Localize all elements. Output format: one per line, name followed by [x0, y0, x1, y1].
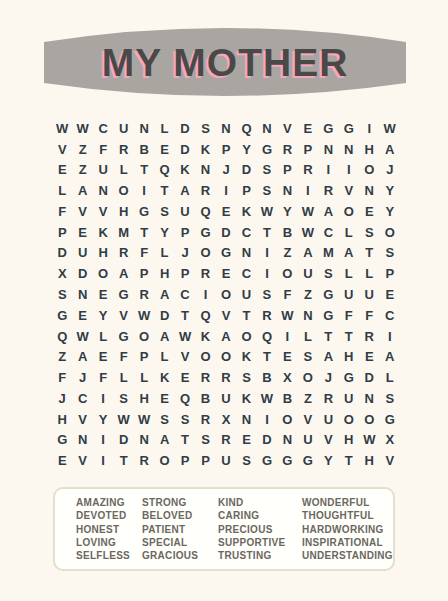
grid-cell[interactable]: I: [277, 326, 297, 347]
grid-cell[interactable]: W: [257, 388, 277, 409]
grid-cell[interactable]: C: [318, 222, 338, 243]
grid-cell[interactable]: U: [72, 243, 92, 264]
grid-cell[interactable]: O: [113, 180, 133, 201]
grid-cell[interactable]: C: [380, 305, 400, 326]
grid-cell[interactable]: S: [195, 118, 215, 139]
grid-cell[interactable]: O: [277, 263, 297, 284]
grid-cell[interactable]: Z: [298, 388, 318, 409]
grid-cell[interactable]: T: [154, 180, 174, 201]
grid-cell[interactable]: I: [298, 180, 318, 201]
grid-cell[interactable]: H: [93, 243, 113, 264]
grid-cell[interactable]: S: [154, 409, 174, 430]
grid-cell[interactable]: S: [380, 243, 400, 264]
grid-cell[interactable]: E: [277, 346, 297, 367]
grid-cell[interactable]: U: [298, 429, 318, 450]
grid-cell[interactable]: H: [154, 263, 174, 284]
grid-cell[interactable]: R: [318, 388, 338, 409]
grid-cell[interactable]: A: [72, 180, 92, 201]
grid-cell[interactable]: Z: [72, 139, 92, 160]
grid-cell[interactable]: A: [113, 263, 133, 284]
grid-cell[interactable]: U: [175, 201, 195, 222]
grid-cell[interactable]: D: [72, 263, 92, 284]
grid-cell[interactable]: O: [195, 243, 215, 264]
grid-cell[interactable]: G: [277, 450, 297, 471]
grid-cell[interactable]: L: [154, 346, 174, 367]
grid-cell[interactable]: I: [257, 409, 277, 430]
grid-cell[interactable]: T: [257, 346, 277, 367]
grid-cell[interactable]: E: [52, 450, 72, 471]
grid-cell[interactable]: Q: [195, 305, 215, 326]
grid-cell[interactable]: W: [298, 201, 318, 222]
grid-cell[interactable]: Y: [318, 450, 338, 471]
grid-cell[interactable]: G: [113, 284, 133, 305]
word-bank-item: AMAZING: [76, 497, 142, 508]
grid-cell[interactable]: C: [236, 222, 256, 243]
grid-cell[interactable]: V: [175, 346, 195, 367]
grid-cell[interactable]: E: [359, 346, 379, 367]
grid-cell[interactable]: X: [380, 429, 400, 450]
grid-cell[interactable]: O: [339, 201, 359, 222]
grid-cell[interactable]: T: [175, 429, 195, 450]
grid-cell[interactable]: A: [175, 180, 195, 201]
grid-cell[interactable]: U: [318, 409, 338, 430]
grid-cell[interactable]: S: [52, 284, 72, 305]
grid-cell[interactable]: A: [154, 284, 174, 305]
worksheet: MY MOTHER WWCUNLDSNQNVEGGIWVZFRBEDKPYGRP…: [0, 0, 448, 601]
grid-cell[interactable]: P: [298, 139, 318, 160]
grid-cell[interactable]: K: [236, 388, 256, 409]
grid-cell[interactable]: A: [318, 346, 338, 367]
grid-cell[interactable]: O: [134, 326, 154, 347]
grid-cell[interactable]: G: [339, 118, 359, 139]
grid-cell[interactable]: I: [134, 180, 154, 201]
grid-cell[interactable]: V: [318, 429, 338, 450]
grid-cell[interactable]: L: [113, 367, 133, 388]
grid-cell[interactable]: E: [298, 118, 318, 139]
grid-cell[interactable]: D: [175, 139, 195, 160]
grid-cell[interactable]: N: [277, 180, 297, 201]
grid-cell[interactable]: E: [359, 201, 379, 222]
word-bank-item: UNDERSTANDING: [302, 550, 393, 561]
grid-cell[interactable]: Q: [195, 201, 215, 222]
grid-cell[interactable]: G: [134, 201, 154, 222]
grid-cell[interactable]: I: [359, 118, 379, 139]
word-bank-item: HARDWORKING: [302, 524, 393, 535]
grid-cell[interactable]: M: [318, 243, 338, 264]
grid-cell[interactable]: B: [277, 222, 297, 243]
grid-cell[interactable]: J: [380, 160, 400, 181]
grid-cell[interactable]: U: [113, 118, 133, 139]
grid-cell[interactable]: U: [298, 263, 318, 284]
grid-cell[interactable]: T: [134, 160, 154, 181]
grid-cell[interactable]: G: [257, 450, 277, 471]
grid-cell[interactable]: N: [216, 118, 236, 139]
grid-cell[interactable]: G: [318, 305, 338, 326]
grid-cell[interactable]: Y: [277, 201, 297, 222]
grid-cell[interactable]: N: [236, 243, 256, 264]
grid-cell[interactable]: L: [52, 180, 72, 201]
grid-cell[interactable]: N: [298, 305, 318, 326]
grid-cell[interactable]: H: [134, 388, 154, 409]
grid-cell[interactable]: R: [134, 450, 154, 471]
grid-cell[interactable]: R: [195, 180, 215, 201]
grid-cell[interactable]: W: [380, 118, 400, 139]
grid-cell[interactable]: Q: [175, 388, 195, 409]
grid-cell[interactable]: W: [359, 429, 379, 450]
grid-cell[interactable]: V: [93, 201, 113, 222]
grid-cell[interactable]: P: [216, 139, 236, 160]
grid-cell[interactable]: C: [93, 118, 113, 139]
grid-cell[interactable]: N: [134, 429, 154, 450]
grid-cell[interactable]: G: [339, 367, 359, 388]
grid-cell[interactable]: O: [236, 326, 256, 347]
grid-cell[interactable]: O: [339, 409, 359, 430]
grid-cell[interactable]: R: [113, 243, 133, 264]
grid-cell[interactable]: T: [318, 326, 338, 347]
grid-cell[interactable]: D: [236, 160, 256, 181]
grid-cell[interactable]: A: [154, 326, 174, 347]
grid-cell[interactable]: U: [339, 284, 359, 305]
grid-cell[interactable]: P: [175, 263, 195, 284]
grid-cell[interactable]: X: [277, 367, 297, 388]
grid-cell[interactable]: C: [236, 263, 256, 284]
grid-cell[interactable]: W: [277, 305, 297, 326]
grid-cell[interactable]: D: [175, 118, 195, 139]
grid-cell[interactable]: C: [72, 388, 92, 409]
grid-cell[interactable]: W: [298, 222, 318, 243]
grid-cell[interactable]: N: [72, 429, 92, 450]
grid-cell[interactable]: F: [113, 346, 133, 367]
grid-cell[interactable]: I: [216, 180, 236, 201]
grid-cell[interactable]: S: [113, 388, 133, 409]
grid-cell[interactable]: J: [175, 243, 195, 264]
grid-cell[interactable]: T: [359, 243, 379, 264]
grid-cell[interactable]: A: [380, 139, 400, 160]
grid-cell[interactable]: F: [134, 243, 154, 264]
grid-cell[interactable]: F: [339, 305, 359, 326]
grid-cell[interactable]: O: [154, 450, 174, 471]
grid-cell[interactable]: E: [52, 160, 72, 181]
grid-cell[interactable]: U: [359, 284, 379, 305]
grid-cell[interactable]: A: [72, 346, 92, 367]
grid-cell[interactable]: P: [134, 263, 154, 284]
grid-cell[interactable]: L: [154, 118, 174, 139]
grid-cell[interactable]: E: [72, 305, 92, 326]
grid-cell[interactable]: P: [175, 450, 195, 471]
grid-cell[interactable]: O: [359, 160, 379, 181]
grid-cell[interactable]: W: [257, 201, 277, 222]
grid-cell[interactable]: A: [216, 326, 236, 347]
grid-cell[interactable]: N: [318, 139, 338, 160]
grid-cell[interactable]: A: [298, 243, 318, 264]
grid-cell[interactable]: K: [236, 201, 256, 222]
grid-cell[interactable]: S: [257, 284, 277, 305]
grid-cell[interactable]: P: [175, 222, 195, 243]
grid-cell[interactable]: E: [72, 222, 92, 243]
grid-cell[interactable]: R: [359, 326, 379, 347]
grid-cell[interactable]: Z: [277, 243, 297, 264]
grid-cell[interactable]: G: [113, 326, 133, 347]
grid-cell[interactable]: D: [113, 429, 133, 450]
grid-cell[interactable]: Q: [257, 326, 277, 347]
grid-cell[interactable]: L: [298, 326, 318, 347]
grid-cell[interactable]: K: [93, 222, 113, 243]
grid-cell[interactable]: Z: [52, 346, 72, 367]
grid-cell[interactable]: L: [339, 222, 359, 243]
grid-cell[interactable]: F: [52, 367, 72, 388]
grid-cell[interactable]: I: [93, 450, 113, 471]
grid-cell[interactable]: R: [298, 160, 318, 181]
grid-cell[interactable]: W: [134, 305, 154, 326]
grid-cell[interactable]: E: [154, 388, 174, 409]
grid-cell[interactable]: R: [134, 284, 154, 305]
grid-cell[interactable]: I: [380, 326, 400, 347]
grid-cell[interactable]: T: [339, 450, 359, 471]
grid-cell[interactable]: R: [195, 409, 215, 430]
grid-cell[interactable]: S: [359, 222, 379, 243]
grid-cell[interactable]: I: [93, 388, 113, 409]
grid-cell[interactable]: P: [195, 450, 215, 471]
grid-cell[interactable]: L: [380, 367, 400, 388]
grid-cell[interactable]: O: [195, 346, 215, 367]
grid-cell[interactable]: Y: [380, 180, 400, 201]
grid-cell[interactable]: Q: [52, 326, 72, 347]
grid-cell[interactable]: K: [195, 326, 215, 347]
grid-cell[interactable]: H: [52, 409, 72, 430]
grid-cell[interactable]: W: [175, 326, 195, 347]
grid-cell[interactable]: R: [195, 367, 215, 388]
grid-cell[interactable]: N: [93, 180, 113, 201]
grid-cell[interactable]: T: [257, 222, 277, 243]
grid-cell[interactable]: W: [72, 326, 92, 347]
grid-cell[interactable]: V: [52, 139, 72, 160]
grid-cell[interactable]: E: [175, 367, 195, 388]
grid-cell[interactable]: J: [52, 388, 72, 409]
grid-cell[interactable]: O: [380, 222, 400, 243]
grid-cell[interactable]: L: [154, 243, 174, 264]
grid-cell[interactable]: H: [339, 346, 359, 367]
grid-cell[interactable]: O: [298, 367, 318, 388]
grid-cell[interactable]: N: [236, 409, 256, 430]
grid-cell[interactable]: L: [113, 160, 133, 181]
grid-cell[interactable]: V: [380, 450, 400, 471]
grid-cell[interactable]: E: [93, 284, 113, 305]
grid-cell[interactable]: J: [216, 160, 236, 181]
grid-cell[interactable]: U: [93, 160, 113, 181]
grid-cell[interactable]: Q: [154, 160, 174, 181]
grid-cell[interactable]: P: [236, 180, 256, 201]
grid-cell[interactable]: S: [298, 346, 318, 367]
grid-cell[interactable]: S: [318, 263, 338, 284]
grid-cell[interactable]: U: [216, 388, 236, 409]
grid-cell[interactable]: B: [257, 367, 277, 388]
grid-cell[interactable]: N: [359, 180, 379, 201]
grid-cell[interactable]: G: [195, 222, 215, 243]
grid-cell[interactable]: J: [72, 367, 92, 388]
grid-cell[interactable]: X: [52, 263, 72, 284]
grid-cell[interactable]: K: [236, 346, 256, 367]
grid-cell[interactable]: S: [154, 201, 174, 222]
grid-cell[interactable]: J: [318, 367, 338, 388]
grid-cell[interactable]: L: [93, 326, 113, 347]
grid-cell[interactable]: W: [113, 409, 133, 430]
grid-cell[interactable]: I: [93, 429, 113, 450]
grid-cell[interactable]: T: [113, 450, 133, 471]
grid-cell[interactable]: N: [359, 388, 379, 409]
grid-cell[interactable]: D: [216, 222, 236, 243]
grid-cell[interactable]: I: [257, 263, 277, 284]
grid-cell[interactable]: B: [134, 139, 154, 160]
grid-cell[interactable]: W: [52, 118, 72, 139]
grid-cell[interactable]: T: [175, 305, 195, 326]
grid-cell[interactable]: E: [216, 263, 236, 284]
grid-cell[interactable]: H: [339, 429, 359, 450]
grid-cell[interactable]: L: [359, 263, 379, 284]
grid-cell[interactable]: D: [257, 429, 277, 450]
grid-cell[interactable]: V: [216, 305, 236, 326]
grid-cell[interactable]: V: [113, 305, 133, 326]
grid-cell[interactable]: W: [72, 118, 92, 139]
grid-cell[interactable]: N: [277, 429, 297, 450]
grid-cell[interactable]: E: [380, 284, 400, 305]
grid-cell[interactable]: Y: [154, 222, 174, 243]
grid-cell[interactable]: I: [339, 160, 359, 181]
grid-cell[interactable]: S: [175, 409, 195, 430]
grid-cell[interactable]: V: [72, 450, 92, 471]
grid-cell[interactable]: Z: [72, 160, 92, 181]
grid-cell[interactable]: V: [72, 409, 92, 430]
grid-cell[interactable]: N: [195, 160, 215, 181]
grid-cell[interactable]: G: [52, 429, 72, 450]
grid-cell[interactable]: H: [359, 450, 379, 471]
word-bank-item: KIND: [218, 497, 302, 508]
grid-cell[interactable]: S: [236, 367, 256, 388]
word-bank-column: AMAZINGDEVOTEDHONESTLOVINGSELFLESS: [76, 497, 142, 561]
grid-cell[interactable]: R: [195, 263, 215, 284]
grid-cell[interactable]: O: [277, 409, 297, 430]
grid-cell[interactable]: P: [52, 222, 72, 243]
grid-cell[interactable]: Y: [93, 409, 113, 430]
grid-cell[interactable]: T: [339, 326, 359, 347]
grid-cell[interactable]: U: [339, 388, 359, 409]
grid-cell[interactable]: Y: [236, 139, 256, 160]
grid-cell[interactable]: F: [93, 367, 113, 388]
grid-cell[interactable]: W: [134, 409, 154, 430]
grid-cell[interactable]: G: [318, 284, 338, 305]
grid-cell[interactable]: F: [359, 305, 379, 326]
grid-cell[interactable]: G: [298, 450, 318, 471]
grid-cell[interactable]: D: [154, 305, 174, 326]
grid-cell[interactable]: S: [257, 180, 277, 201]
grid-cell[interactable]: D: [52, 243, 72, 264]
grid-cell[interactable]: R: [257, 305, 277, 326]
grid-cell[interactable]: H: [113, 201, 133, 222]
grid-cell[interactable]: N: [339, 139, 359, 160]
grid-cell[interactable]: T: [236, 305, 256, 326]
grid-cell[interactable]: S: [380, 388, 400, 409]
grid-cell[interactable]: U: [236, 284, 256, 305]
grid-cell[interactable]: E: [216, 201, 236, 222]
grid-cell[interactable]: U: [216, 450, 236, 471]
grid-cell[interactable]: C: [175, 284, 195, 305]
grid-cell[interactable]: Y: [380, 201, 400, 222]
grid-cell[interactable]: I: [257, 243, 277, 264]
grid-cell[interactable]: A: [154, 429, 174, 450]
grid-cell[interactable]: A: [380, 346, 400, 367]
word-bank-item: DEVOTED: [76, 510, 142, 521]
grid-cell[interactable]: N: [134, 118, 154, 139]
grid-cell[interactable]: P: [277, 160, 297, 181]
grid-cell[interactable]: N: [72, 284, 92, 305]
grid-cell[interactable]: X: [216, 409, 236, 430]
grid-cell[interactable]: G: [380, 409, 400, 430]
grid-cell[interactable]: E: [154, 139, 174, 160]
grid-cell[interactable]: P: [134, 346, 154, 367]
grid-cell[interactable]: F: [277, 284, 297, 305]
grid-cell[interactable]: F: [52, 201, 72, 222]
grid-cell[interactable]: S: [236, 450, 256, 471]
grid-cell[interactable]: F: [93, 139, 113, 160]
grid-cell[interactable]: P: [380, 263, 400, 284]
grid-cell[interactable]: B: [195, 388, 215, 409]
grid-cell[interactable]: V: [277, 118, 297, 139]
grid-cell[interactable]: N: [257, 118, 277, 139]
grid-cell[interactable]: I: [318, 160, 338, 181]
grid-cell[interactable]: K: [154, 367, 174, 388]
grid-cell[interactable]: B: [277, 388, 297, 409]
grid-cell[interactable]: R: [277, 139, 297, 160]
title-banner: MY MOTHER: [44, 28, 406, 96]
grid-cell[interactable]: E: [236, 429, 256, 450]
grid-cell[interactable]: H: [359, 139, 379, 160]
grid-cell[interactable]: Q: [236, 118, 256, 139]
grid-cell[interactable]: O: [359, 409, 379, 430]
grid-cell[interactable]: O: [216, 346, 236, 367]
grid-cell[interactable]: G: [257, 139, 277, 160]
grid-cell[interactable]: A: [339, 243, 359, 264]
grid-cell[interactable]: K: [175, 160, 195, 181]
grid-cell[interactable]: G: [52, 305, 72, 326]
grid-cell[interactable]: R: [216, 429, 236, 450]
grid-cell[interactable]: S: [195, 429, 215, 450]
grid-cell[interactable]: V: [298, 409, 318, 430]
grid-cell[interactable]: V: [339, 180, 359, 201]
grid-cell[interactable]: S: [257, 160, 277, 181]
grid-cell[interactable]: T: [134, 222, 154, 243]
grid-cell[interactable]: I: [195, 284, 215, 305]
grid-cell[interactable]: O: [93, 263, 113, 284]
grid-cell[interactable]: V: [72, 201, 92, 222]
grid-cell[interactable]: R: [113, 139, 133, 160]
grid-cell[interactable]: D: [359, 367, 379, 388]
grid-cell[interactable]: R: [318, 180, 338, 201]
grid-cell[interactable]: Y: [93, 305, 113, 326]
grid-cell[interactable]: L: [339, 263, 359, 284]
grid-cell[interactable]: R: [216, 367, 236, 388]
grid-cell[interactable]: M: [113, 222, 133, 243]
grid-cell[interactable]: Z: [298, 284, 318, 305]
grid-cell[interactable]: O: [216, 284, 236, 305]
word-bank-column: WONDERFULTHOUGHTFULHARDWORKINGINSPIRATIO…: [302, 497, 393, 561]
word-bank-item: SPECIAL: [142, 537, 218, 548]
grid-cell[interactable]: G: [318, 118, 338, 139]
grid-cell[interactable]: G: [216, 243, 236, 264]
word-bank-item: SUPPORTIVE: [218, 537, 302, 548]
grid-cell[interactable]: L: [134, 367, 154, 388]
grid-cell[interactable]: E: [93, 346, 113, 367]
grid-cell[interactable]: A: [318, 201, 338, 222]
grid-cell[interactable]: K: [195, 139, 215, 160]
